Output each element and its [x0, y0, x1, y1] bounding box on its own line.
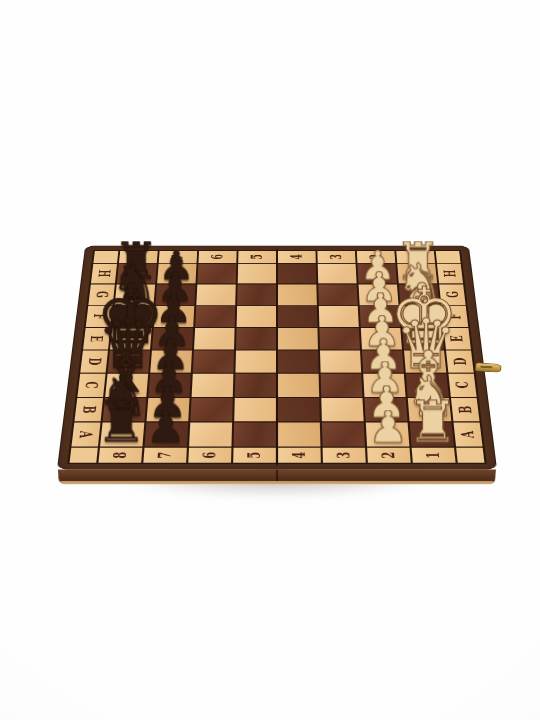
- square-f7: ♟: [154, 306, 195, 327]
- square-f4: [278, 306, 317, 327]
- square-h2: ♟: [357, 264, 396, 284]
- square-f5: [237, 306, 276, 327]
- square-f1: ♝: [401, 306, 442, 327]
- square-h7: ♟: [157, 264, 196, 284]
- square-e2: ♟: [361, 328, 402, 350]
- square-b8: ♞: [103, 398, 147, 421]
- coord-label-file: B: [74, 398, 103, 421]
- coord-label-rank: 2: [367, 448, 411, 463]
- chess-board: 87654321H♜♟♟♜HG♞♟♟♞GF♝♟♟♝FE♚♟♟♚ED♛♟♟♛DC♝…: [57, 246, 497, 470]
- coord-label-file: F: [86, 306, 113, 327]
- square-g7: ♟: [155, 285, 195, 305]
- product-photo: 87654321H♜♟♟♜HG♞♟♟♞GF♝♟♟♝FE♚♟♟♚ED♛♟♟♛DC♝…: [0, 0, 540, 720]
- fold-seam: [276, 249, 278, 466]
- file-letter: C: [452, 382, 472, 389]
- square-f6: [195, 306, 235, 327]
- file-letter: H: [95, 270, 114, 277]
- square-g4: [278, 285, 317, 305]
- coord-label-rank: 6: [198, 251, 236, 263]
- square-b5: [234, 398, 276, 421]
- border-corner: [70, 448, 98, 463]
- square-a8: ♜: [100, 422, 144, 446]
- rank-number: 4: [288, 254, 306, 259]
- coord-label-rank: 6: [188, 448, 231, 463]
- square-g5: [237, 285, 276, 305]
- coord-label-file: A: [454, 422, 483, 446]
- rank-number: 8: [110, 452, 131, 459]
- board-front-edge: [58, 469, 496, 484]
- coord-label-file: D: [80, 351, 108, 373]
- square-a1: ♜: [410, 422, 454, 446]
- border-corner: [436, 251, 461, 263]
- rank-number: 2: [367, 254, 385, 259]
- square-g8: ♞: [115, 285, 155, 305]
- square-g6: [196, 285, 235, 305]
- coord-label-file: E: [83, 328, 110, 350]
- coord-label-rank: 2: [357, 251, 395, 263]
- file-letter: E: [447, 335, 467, 341]
- coord-label-rank: 1: [412, 448, 456, 463]
- rank-number: 3: [334, 452, 354, 459]
- square-d4: [278, 351, 319, 373]
- rank-number: 6: [200, 452, 220, 459]
- coord-label-rank: 3: [317, 251, 355, 263]
- square-a5: [234, 422, 276, 446]
- square-b2: ♟: [364, 398, 407, 421]
- coord-label-file: H: [437, 264, 463, 284]
- square-a4: [278, 422, 320, 446]
- border-corner: [93, 251, 118, 263]
- square-d7: ♟: [150, 351, 192, 373]
- file-letter: H: [441, 270, 460, 277]
- file-letter: G: [443, 291, 462, 298]
- square-d5: [235, 351, 276, 373]
- square-b4: [278, 398, 320, 421]
- rank-number: 5: [244, 452, 264, 459]
- square-a2: ♟: [366, 422, 410, 446]
- square-b1: ♞: [408, 398, 452, 421]
- square-f2: ♟: [360, 306, 401, 327]
- square-c6: [192, 374, 234, 397]
- coord-label-rank: 5: [233, 448, 276, 463]
- square-c2: ♟: [363, 374, 405, 397]
- square-c5: [235, 374, 276, 397]
- coord-label-file: D: [446, 351, 474, 373]
- coord-label-rank: 8: [119, 251, 158, 263]
- square-e5: [236, 328, 276, 350]
- file-letter: A: [458, 431, 479, 438]
- coord-label-rank: 4: [278, 251, 316, 263]
- file-letter: F: [445, 313, 464, 319]
- coord-label-rank: 7: [143, 448, 187, 463]
- square-e6: [194, 328, 235, 350]
- rank-number: 3: [327, 254, 345, 259]
- rank-number: 6: [209, 254, 227, 259]
- square-g3: [318, 285, 357, 305]
- rank-number: 1: [406, 254, 424, 259]
- file-letter: C: [81, 382, 101, 389]
- square-g2: ♟: [359, 285, 399, 305]
- rank-number: 4: [289, 452, 309, 459]
- square-d3: [320, 351, 361, 373]
- square-c7: ♟: [148, 374, 190, 397]
- square-d2: ♟: [362, 351, 404, 373]
- file-letter: E: [87, 335, 107, 341]
- square-h1: ♜: [397, 264, 437, 284]
- rank-number: 2: [378, 452, 399, 459]
- piece-black-pawn: ♟: [150, 361, 189, 396]
- piece-black-pawn: ♟: [146, 409, 186, 445]
- square-h8: ♜: [117, 264, 157, 284]
- coord-label-file: H: [91, 264, 117, 284]
- square-d6: [193, 351, 234, 373]
- file-letter: B: [79, 406, 100, 414]
- coord-label-rank: 7: [159, 251, 197, 263]
- piece-black-pawn: ♟: [148, 385, 187, 421]
- rank-number: 8: [129, 254, 147, 259]
- square-e3: [319, 328, 360, 350]
- square-c3: [321, 374, 363, 397]
- piece-black-knight: ♞: [98, 374, 149, 420]
- file-letter: D: [450, 358, 470, 365]
- file-letter: D: [84, 358, 104, 365]
- coord-label-rank: 8: [98, 448, 142, 463]
- file-letter: G: [92, 291, 111, 298]
- piece-white-knight: ♞: [405, 374, 456, 420]
- square-e8: ♚: [110, 328, 152, 350]
- piece-white-pawn: ♟: [367, 385, 406, 421]
- file-letter: F: [90, 313, 109, 319]
- piece-white-pawn: ♟: [368, 409, 408, 445]
- coord-label-file: F: [441, 306, 468, 327]
- square-f8: ♝: [112, 306, 153, 327]
- coord-label-file: G: [88, 285, 114, 305]
- square-d1: ♛: [404, 351, 446, 373]
- coord-label-rank: 1: [396, 251, 435, 263]
- square-a7: ♟: [145, 422, 189, 446]
- file-letter: B: [455, 406, 476, 414]
- square-h6: [197, 264, 236, 284]
- square-h3: [318, 264, 357, 284]
- square-e7: ♟: [152, 328, 193, 350]
- rank-number: 7: [155, 452, 176, 459]
- square-e4: [278, 328, 318, 350]
- square-g1: ♞: [399, 285, 439, 305]
- brass-latch-icon: [475, 363, 502, 373]
- square-b7: ♟: [147, 398, 190, 421]
- square-b3: [321, 398, 363, 421]
- square-h4: [278, 264, 316, 284]
- rank-number: 5: [248, 254, 266, 259]
- rank-number: 1: [423, 452, 444, 459]
- square-c8: ♝: [105, 374, 148, 397]
- square-b6: [190, 398, 232, 421]
- coord-label-rank: 5: [238, 251, 276, 263]
- coord-label-file: G: [439, 285, 465, 305]
- border-corner: [456, 448, 484, 463]
- coord-label-file: C: [448, 374, 476, 397]
- square-a3: [322, 422, 365, 446]
- square-f3: [319, 306, 359, 327]
- square-h5: [238, 264, 276, 284]
- square-d8: ♛: [108, 351, 150, 373]
- coord-label-file: A: [71, 422, 100, 446]
- rank-number: 7: [169, 254, 187, 259]
- square-c1: ♝: [406, 374, 449, 397]
- file-letter: A: [76, 431, 97, 438]
- coord-label-file: B: [451, 398, 480, 421]
- coord-label-file: E: [444, 328, 471, 350]
- square-e1: ♚: [402, 328, 444, 350]
- square-c4: [278, 374, 319, 397]
- square-a6: [189, 422, 232, 446]
- coord-label-file: C: [77, 374, 105, 397]
- coord-label-rank: 3: [323, 448, 366, 463]
- piece-white-pawn: ♟: [366, 361, 405, 396]
- coord-label-rank: 4: [278, 448, 321, 463]
